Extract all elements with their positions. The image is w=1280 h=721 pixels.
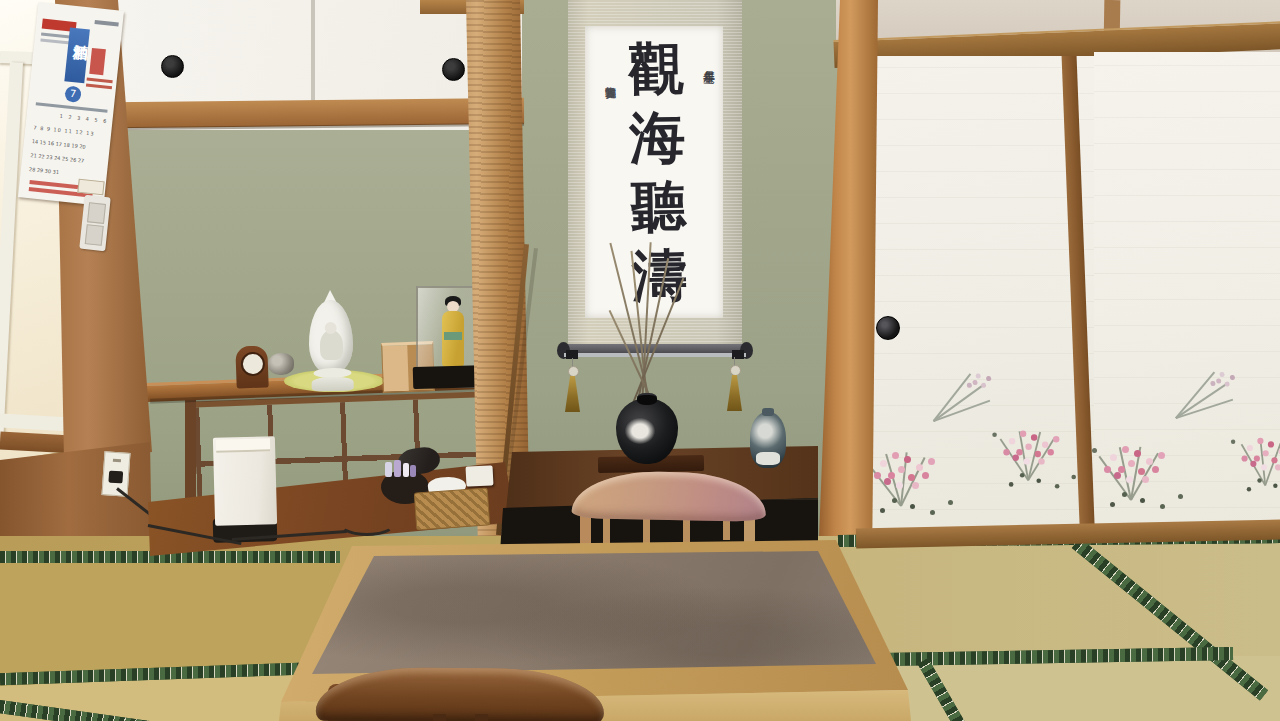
fusuma-pull: [876, 316, 900, 340]
scroll-tassel-right: [726, 357, 744, 413]
tassel-ball: [730, 365, 741, 376]
scroll-char-1: 觀: [620, 33, 693, 103]
scroll-weight-rod: [564, 353, 746, 357]
calendar-right-strip2: [87, 78, 113, 84]
tassel-ball: [568, 366, 579, 377]
kokeshi-doll-obi: [444, 332, 462, 340]
lamp-top-opening: [216, 438, 270, 452]
scroll-char-2: 海: [621, 102, 694, 172]
side-vase: [750, 412, 786, 468]
calendar-month-badge: 7: [64, 85, 82, 103]
blossom-spray-4: [1219, 424, 1280, 508]
calendar-grid-row-1: 1 2 3 4 5 6: [35, 110, 109, 124]
spray-leaves: [1020, 473, 1025, 478]
flower-vase: [616, 398, 678, 464]
closet-door-divider: [311, 0, 315, 106]
outlet-slot: [113, 459, 121, 463]
small-bottle-4: [410, 465, 416, 477]
spray-leaves: [892, 498, 897, 503]
calendar-grid-row-4: 21 22 23 24 25 26 27: [30, 152, 104, 166]
floor-cord-loop: [338, 510, 396, 536]
blossom-spray-3: [1078, 430, 1188, 526]
spray-stem: [1027, 432, 1041, 481]
near-chair-spindle-1: [433, 714, 446, 721]
closet-door-pull-right: [442, 58, 465, 81]
spray-blossoms: [1016, 449, 1022, 455]
scroll-char-3: 聽: [622, 171, 695, 241]
clock-dial: [240, 352, 265, 377]
switch-rocker-top: [87, 202, 106, 224]
small-white-box: [465, 465, 493, 486]
room-scene: 酒粕 7 1 2 3 4 5 6 7 8 9 10 11 12 13 14 15…: [0, 0, 1280, 721]
shelf-support-post: [185, 396, 196, 508]
vase-crane-design: [625, 418, 655, 444]
scroll-calligraphy: 觀 海 聽 濤: [620, 33, 697, 310]
calendar-header-strip2: [40, 38, 70, 44]
spray-leaves: [1257, 478, 1261, 482]
spray-blossoms: [888, 472, 895, 479]
woven-tissue-box: [414, 487, 490, 530]
calendar-right-strip3: [86, 83, 112, 89]
calendar-product-panel: 酒粕: [64, 27, 90, 83]
spray-blossoms: [1254, 455, 1260, 461]
blossom-spray-2: [979, 416, 1080, 504]
fan-motif-2: [1165, 366, 1245, 431]
side-vase-foot: [756, 452, 780, 465]
vase-mouth: [637, 393, 657, 405]
outlet-plug: [108, 471, 123, 484]
buddha-pedestal: [312, 377, 354, 392]
calendar-red-seal: [89, 48, 106, 75]
tassel-fringe: [727, 375, 742, 411]
switch-label-plate: [77, 179, 104, 196]
calendar-grid-row-2: 7 8 9 10 11 12 13: [33, 124, 107, 138]
spray-leaves: [1122, 492, 1127, 497]
spray-stem: [1264, 440, 1280, 485]
spray-blossoms: [1118, 466, 1125, 473]
near-chair-spindle-2: [475, 714, 488, 721]
closet-door-pull-left: [161, 55, 184, 78]
calendar-grid-row-3: 14 15 16 17 18 19 20: [32, 138, 106, 152]
closet-doors: [112, 0, 522, 130]
far-chair-leg-left: [580, 514, 591, 546]
tatami-mat-bottom-right: [850, 656, 1280, 721]
small-bottle-1: [385, 462, 392, 477]
buddha-statue: [305, 298, 359, 395]
calendar-product-label: 酒粕: [72, 32, 93, 34]
fan-motif-1: [921, 367, 1002, 435]
switch-rocker-bottom: [85, 224, 104, 246]
scroll-tassel-left: [564, 358, 582, 414]
white-lamp-box: [213, 436, 277, 526]
side-vase-neck: [762, 408, 774, 416]
fan-blossoms: [972, 380, 978, 386]
hanging-scroll: 觀 海 聽 濤 壬辰年春月 愛知寛雅臨書: [560, 0, 750, 436]
mantel-clock: [235, 345, 268, 388]
tassel-fringe: [565, 376, 580, 412]
small-bottle-2: [394, 460, 401, 477]
calendar-right-strip1: [94, 20, 118, 26]
metal-trinket: [268, 353, 294, 375]
fan-blossoms: [1216, 378, 1221, 383]
calendar-grid-row-5: 28 29 30 31: [29, 166, 103, 180]
small-bottle-3: [403, 463, 409, 477]
buddha-figure: [320, 330, 344, 360]
